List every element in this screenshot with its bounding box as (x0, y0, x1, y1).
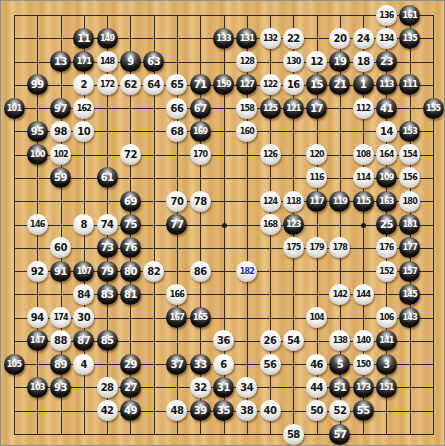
stone-white-6: 6 (213, 354, 234, 375)
move-number: 174 (53, 307, 67, 328)
stone-white-20: 20 (329, 28, 350, 49)
stone-white-32: 32 (190, 377, 211, 398)
stone-black-67: 67 (190, 98, 211, 119)
move-number: 4 (81, 354, 87, 375)
move-number: 103 (30, 377, 44, 398)
stone-white-64: 64 (143, 74, 164, 95)
stone-black-173: 173 (353, 377, 374, 398)
stone-white-58: 58 (283, 424, 304, 445)
move-number: 36 (217, 330, 230, 351)
move-number: 144 (356, 284, 370, 305)
stone-black-69: 69 (120, 191, 141, 212)
move-number: 40 (264, 400, 277, 421)
stone-black-19: 19 (329, 51, 350, 72)
stone-white-160: 160 (236, 121, 257, 142)
move-number: 170 (193, 144, 207, 165)
stone-black-105: 105 (4, 354, 25, 375)
move-number: 92 (31, 261, 44, 282)
move-number: 126 (263, 144, 277, 165)
move-number: 122 (263, 74, 277, 95)
stone-white-14: 14 (376, 121, 397, 142)
move-number: 94 (31, 307, 44, 328)
move-number: 146 (30, 214, 44, 235)
stone-white-60: 60 (50, 237, 71, 258)
stone-black-151: 151 (376, 377, 397, 398)
stone-black-167: 167 (166, 307, 187, 328)
stone-black-63: 63 (143, 51, 164, 72)
stone-white-114: 114 (353, 167, 374, 188)
move-number: 182 (240, 261, 254, 282)
move-number: 15 (310, 74, 323, 95)
stone-white-150: 150 (353, 354, 374, 375)
stone-black-83: 83 (97, 284, 118, 305)
stone-black-5: 5 (329, 354, 350, 375)
stone-white-24: 24 (353, 28, 374, 49)
stone-black-177: 177 (399, 237, 420, 258)
stone-white-178: 178 (329, 237, 350, 258)
move-number: 159 (216, 74, 230, 95)
stone-white-70: 70 (166, 191, 187, 212)
stone-black-79: 79 (97, 261, 118, 282)
stone-white-86: 86 (190, 261, 211, 282)
move-number: 154 (403, 144, 417, 165)
stone-white-164: 164 (376, 144, 397, 165)
stone-white-28: 28 (97, 377, 118, 398)
stone-black-27: 27 (120, 377, 141, 398)
move-number: 10 (77, 121, 90, 142)
move-number: 83 (101, 284, 114, 305)
move-number: 171 (77, 51, 91, 72)
stone-white-142: 142 (329, 284, 350, 305)
stone-white-92: 92 (27, 261, 48, 282)
stone-black-61: 61 (97, 167, 118, 188)
move-number: 84 (77, 284, 90, 305)
move-number: 180 (403, 191, 417, 212)
move-number: 64 (147, 74, 160, 95)
move-number: 114 (356, 167, 370, 188)
move-number: 14 (380, 121, 393, 142)
move-number: 2 (81, 74, 87, 95)
stone-black-91: 91 (50, 261, 71, 282)
stone-white-42: 42 (97, 400, 118, 421)
stone-black-121: 121 (283, 98, 304, 119)
stone-white-38: 38 (236, 400, 257, 421)
stone-black-125: 125 (260, 98, 281, 119)
stone-white-144: 144 (353, 284, 374, 305)
stone-white-176: 176 (376, 237, 397, 258)
stone-black-169: 169 (190, 121, 211, 142)
stone-white-162: 162 (73, 98, 94, 119)
stone-black-35: 35 (213, 400, 234, 421)
stone-white-130: 130 (283, 51, 304, 72)
move-number: 120 (309, 144, 323, 165)
move-number: 91 (54, 261, 67, 282)
stone-black-171: 171 (73, 51, 94, 72)
stone-white-134: 134 (376, 28, 397, 49)
stone-white-148: 148 (97, 51, 118, 72)
move-number: 141 (379, 330, 393, 351)
go-board: 1234568910111213141516171819202122232425… (0, 0, 445, 446)
stone-black-157: 157 (399, 261, 420, 282)
move-number: 49 (124, 400, 137, 421)
move-number: 116 (309, 167, 323, 188)
move-number: 125 (263, 98, 277, 119)
move-number: 42 (101, 400, 114, 421)
move-number: 109 (379, 167, 393, 188)
stone-black-76: 76 (120, 237, 141, 258)
stone-white-172: 172 (97, 74, 118, 95)
stone-black-25: 25 (376, 214, 397, 235)
move-number: 62 (124, 74, 137, 95)
move-number: 98 (54, 121, 67, 142)
move-number: 150 (356, 354, 370, 375)
move-number: 134 (379, 28, 393, 49)
move-number: 151 (379, 377, 393, 398)
move-number: 128 (240, 51, 254, 72)
move-number: 61 (101, 167, 114, 188)
move-number: 5 (337, 354, 343, 375)
stone-white-62: 62 (120, 74, 141, 95)
stone-black-9: 9 (120, 51, 141, 72)
stone-white-66: 66 (166, 98, 187, 119)
stone-white-174: 174 (50, 307, 71, 328)
move-number: 152 (379, 261, 393, 282)
move-number: 74 (101, 214, 114, 235)
stone-white-88: 88 (50, 330, 71, 351)
stone-black-135: 135 (399, 28, 420, 49)
stone-black-93: 93 (50, 377, 71, 398)
stone-white-108: 108 (353, 144, 374, 165)
board-surface[interactable]: 1234568910111213141516171819202122232425… (1, 1, 445, 446)
move-number: 20 (333, 28, 346, 49)
move-number: 18 (357, 51, 370, 72)
move-number: 86 (194, 261, 207, 282)
move-number: 179 (309, 237, 323, 258)
stone-white-152: 152 (376, 261, 397, 282)
stone-white-72: 72 (120, 144, 141, 165)
move-number: 175 (286, 237, 300, 258)
stone-white-36: 36 (213, 330, 234, 351)
stone-black-100: 100 (27, 144, 48, 165)
move-number: 131 (240, 28, 254, 49)
stone-black-143: 143 (399, 307, 420, 328)
move-number: 13 (54, 51, 67, 72)
stone-white-94: 94 (27, 307, 48, 328)
stone-white-122: 122 (260, 74, 281, 95)
stone-black-127: 127 (236, 74, 257, 95)
stone-white-22: 22 (283, 28, 304, 49)
stone-black-85: 85 (97, 330, 118, 351)
stone-black-3: 3 (376, 354, 397, 375)
move-number: 85 (101, 330, 114, 351)
move-number: 161 (403, 5, 417, 26)
move-number: 32 (194, 377, 207, 398)
move-number: 169 (193, 121, 207, 142)
stone-white-48: 48 (166, 400, 187, 421)
move-number: 112 (356, 98, 370, 119)
move-number: 168 (263, 214, 277, 235)
move-number: 88 (54, 330, 67, 351)
move-number: 132 (263, 28, 277, 49)
stone-white-74: 74 (97, 214, 118, 235)
move-number: 19 (333, 51, 346, 72)
stone-black-95: 95 (27, 121, 48, 142)
stone-white-26: 26 (260, 330, 281, 351)
stone-black-51: 51 (329, 377, 350, 398)
move-number: 165 (193, 307, 207, 328)
move-number: 166 (170, 284, 184, 305)
move-number: 133 (216, 28, 230, 49)
move-number: 77 (170, 214, 183, 235)
stone-black-113: 113 (376, 74, 397, 95)
move-number: 89 (54, 354, 67, 375)
stone-white-8: 8 (73, 214, 94, 235)
move-number: 27 (124, 377, 137, 398)
stone-black-145: 145 (399, 284, 420, 305)
stone-white-18: 18 (353, 51, 374, 72)
move-number: 167 (170, 307, 184, 328)
stone-white-116: 116 (306, 167, 327, 188)
move-number: 145 (403, 284, 417, 305)
stone-black-107: 107 (73, 261, 94, 282)
stone-black-123: 123 (283, 214, 304, 235)
move-number: 142 (333, 284, 347, 305)
move-number: 76 (124, 237, 137, 258)
stone-black-13: 13 (50, 51, 71, 72)
stone-white-50: 50 (306, 400, 327, 421)
move-number: 135 (403, 28, 417, 49)
stone-white-166: 166 (166, 284, 187, 305)
stone-black-1: 1 (353, 74, 374, 95)
move-number: 63 (147, 51, 160, 72)
stone-black-101: 101 (4, 98, 25, 119)
move-number: 69 (124, 191, 137, 212)
stone-black-141: 141 (376, 330, 397, 351)
stone-white-68: 68 (166, 121, 187, 142)
stone-black-131: 131 (236, 28, 257, 49)
move-number: 153 (403, 121, 417, 142)
grid-line-h (14, 434, 434, 435)
stone-black-75: 75 (120, 214, 141, 235)
move-number: 38 (240, 400, 253, 421)
move-number: 102 (53, 144, 67, 165)
stone-white-46: 46 (306, 354, 327, 375)
stone-white-140: 140 (353, 330, 374, 351)
move-number: 156 (403, 167, 417, 188)
move-number: 72 (124, 144, 137, 165)
stone-white-182-last-move-marker: 182 (236, 261, 257, 282)
move-number: 163 (379, 191, 393, 212)
stone-white-84: 84 (73, 284, 94, 305)
stone-black-31: 31 (213, 377, 234, 398)
stone-white-34: 34 (236, 377, 257, 398)
stone-black-103: 103 (27, 377, 48, 398)
stone-white-104: 104 (306, 307, 327, 328)
move-number: 117 (309, 191, 323, 212)
move-number: 81 (124, 284, 137, 305)
move-number: 50 (310, 400, 323, 421)
stone-black-97: 97 (50, 98, 71, 119)
stone-black-49: 49 (120, 400, 141, 421)
move-number: 6 (220, 354, 226, 375)
move-number: 48 (170, 400, 183, 421)
stone-black-115: 115 (353, 191, 374, 212)
stone-white-16: 16 (283, 74, 304, 95)
move-number: 158 (240, 98, 254, 119)
move-number: 30 (77, 307, 90, 328)
move-number: 118 (286, 191, 300, 212)
stone-black-109: 109 (376, 167, 397, 188)
stone-black-29: 29 (120, 354, 141, 375)
stone-white-124: 124 (260, 191, 281, 212)
stone-white-136: 136 (376, 5, 397, 26)
move-number: 12 (310, 51, 323, 72)
stone-black-15: 15 (306, 74, 327, 95)
stone-black-37: 37 (166, 354, 187, 375)
stone-black-99: 99 (27, 74, 48, 95)
stone-black-77: 77 (166, 214, 187, 235)
stone-white-180: 180 (399, 191, 420, 212)
stone-white-102: 102 (50, 144, 71, 165)
move-number: 35 (217, 400, 230, 421)
stone-black-11: 11 (73, 28, 94, 49)
stone-black-165: 165 (190, 307, 211, 328)
stone-black-89: 89 (50, 354, 71, 375)
move-number: 44 (310, 377, 323, 398)
move-number: 60 (54, 237, 67, 258)
move-number: 29 (124, 354, 137, 375)
stone-white-44: 44 (306, 377, 327, 398)
move-number: 99 (31, 74, 44, 95)
move-number: 178 (333, 237, 347, 258)
stone-white-118: 118 (283, 191, 304, 212)
stone-white-65: 65 (166, 74, 187, 95)
move-number: 16 (287, 74, 300, 95)
stone-white-126: 126 (260, 144, 281, 165)
stone-black-23: 23 (376, 51, 397, 72)
grid-line-v (433, 15, 434, 435)
move-number: 149 (100, 28, 114, 49)
move-number: 115 (356, 191, 370, 212)
stone-black-159: 159 (213, 74, 234, 95)
stone-black-163: 163 (376, 191, 397, 212)
stone-black-117: 117 (306, 191, 327, 212)
move-number: 82 (147, 261, 160, 282)
move-number: 68 (170, 121, 183, 142)
move-number: 173 (356, 377, 370, 398)
move-number: 105 (7, 354, 21, 375)
move-number: 121 (286, 98, 300, 119)
move-number: 1 (360, 74, 366, 95)
move-number: 127 (240, 74, 254, 95)
move-number: 65 (170, 74, 183, 95)
move-number: 58 (287, 424, 300, 445)
stone-black-41: 41 (376, 98, 397, 119)
move-number: 78 (194, 191, 207, 212)
stone-white-40: 40 (260, 400, 281, 421)
stone-black-59: 59 (50, 167, 71, 188)
move-number: 73 (101, 237, 114, 258)
move-number: 138 (333, 330, 347, 351)
move-number: 79 (101, 261, 114, 282)
move-number: 147 (30, 330, 44, 351)
move-number: 22 (287, 28, 300, 49)
move-number: 56 (264, 354, 277, 375)
move-number: 157 (403, 261, 417, 282)
stone-black-81: 81 (120, 284, 141, 305)
stone-black-39: 39 (190, 400, 211, 421)
move-number: 100 (30, 144, 44, 165)
stone-white-98: 98 (50, 121, 71, 142)
stone-white-170: 170 (190, 144, 211, 165)
move-number: 107 (77, 261, 91, 282)
star-point (361, 223, 366, 228)
stone-white-30: 30 (73, 307, 94, 328)
move-number: 140 (356, 330, 370, 351)
move-number: 21 (333, 74, 346, 95)
move-number: 101 (7, 98, 21, 119)
move-number: 130 (286, 51, 300, 72)
move-number: 119 (333, 191, 347, 212)
stone-white-4: 4 (73, 354, 94, 375)
stone-white-12: 12 (306, 51, 327, 72)
move-number: 55 (357, 400, 370, 421)
move-number: 25 (380, 214, 393, 235)
move-number: 71 (194, 74, 207, 95)
move-number: 17 (310, 98, 323, 119)
move-number: 34 (240, 377, 253, 398)
move-number: 124 (263, 191, 277, 212)
stone-black-155: 155 (423, 98, 444, 119)
stone-white-132: 132 (260, 28, 281, 49)
move-number: 31 (217, 377, 230, 398)
stone-black-161: 161 (399, 5, 420, 26)
stone-black-21: 21 (329, 74, 350, 95)
move-number: 177 (403, 237, 417, 258)
move-number: 164 (379, 144, 393, 165)
move-number: 37 (170, 354, 183, 375)
stone-white-138: 138 (329, 330, 350, 351)
move-number: 143 (403, 307, 417, 328)
move-number: 172 (100, 74, 114, 95)
stone-white-106: 106 (376, 307, 397, 328)
stone-white-112: 112 (353, 98, 374, 119)
move-number: 111 (403, 74, 417, 95)
move-number: 87 (77, 330, 90, 351)
move-number: 108 (356, 144, 370, 165)
move-number: 59 (54, 167, 67, 188)
move-number: 8 (81, 214, 87, 235)
stone-white-120: 120 (306, 144, 327, 165)
move-number: 160 (240, 121, 254, 142)
move-number: 66 (170, 98, 183, 119)
stone-black-55: 55 (353, 400, 374, 421)
move-number: 28 (101, 377, 114, 398)
stone-black-73: 73 (97, 237, 118, 258)
move-number: 54 (287, 330, 300, 351)
stone-black-57: 57 (329, 424, 350, 445)
move-number: 104 (309, 307, 323, 328)
stone-black-133: 133 (213, 28, 234, 49)
stone-white-56: 56 (260, 354, 281, 375)
move-number: 181 (403, 214, 417, 235)
move-number: 155 (426, 98, 440, 119)
stone-white-168: 168 (260, 214, 281, 235)
stone-black-153: 153 (399, 121, 420, 142)
move-number: 113 (379, 74, 393, 95)
stone-black-80: 80 (120, 261, 141, 282)
stone-white-10: 10 (73, 121, 94, 142)
